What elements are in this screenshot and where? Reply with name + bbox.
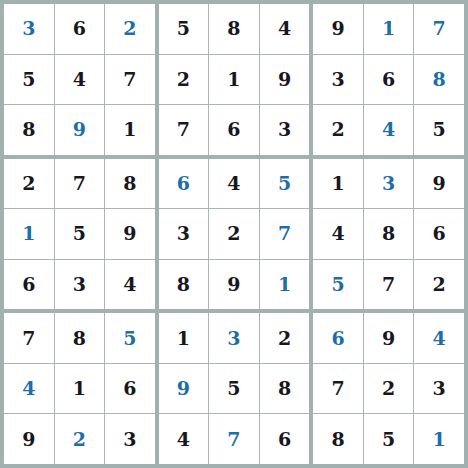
sudoku-box-9: 694723851 xyxy=(313,313,464,464)
sudoku-box-7: 785416923 xyxy=(4,313,155,464)
sudoku-cell-r1c7[interactable]: 9 xyxy=(313,4,363,54)
sudoku-cell-r7c5[interactable]: 3 xyxy=(209,313,259,363)
sudoku-cell-r2c3[interactable]: 7 xyxy=(105,55,155,105)
sudoku-cell-r9c6[interactable]: 6 xyxy=(260,414,310,464)
sudoku-cell-r8c1[interactable]: 4 xyxy=(4,364,54,414)
sudoku-cell-r1c3[interactable]: 2 xyxy=(105,4,155,54)
sudoku-cell-r3c4[interactable]: 7 xyxy=(159,105,209,155)
sudoku-cell-r3c3[interactable]: 1 xyxy=(105,105,155,155)
sudoku-cell-r4c3[interactable]: 8 xyxy=(105,159,155,209)
sudoku-box-4: 278159634 xyxy=(4,159,155,310)
sudoku-cell-r5c3[interactable]: 9 xyxy=(105,209,155,259)
sudoku-cell-r5c9[interactable]: 6 xyxy=(414,209,464,259)
sudoku-cell-r6c7[interactable]: 5 xyxy=(313,260,363,310)
sudoku-cell-r3c5[interactable]: 6 xyxy=(209,105,259,155)
sudoku-cell-r9c8[interactable]: 5 xyxy=(364,414,414,464)
sudoku-cell-r3c8[interactable]: 4 xyxy=(364,105,414,155)
sudoku-cell-r6c4[interactable]: 8 xyxy=(159,260,209,310)
sudoku-cell-r5c5[interactable]: 2 xyxy=(209,209,259,259)
sudoku-cell-r6c1[interactable]: 6 xyxy=(4,260,54,310)
sudoku-box-5: 645327891 xyxy=(159,159,310,310)
sudoku-cell-r4c5[interactable]: 4 xyxy=(209,159,259,209)
sudoku-cell-r2c7[interactable]: 3 xyxy=(313,55,363,105)
sudoku-cell-r6c2[interactable]: 3 xyxy=(55,260,105,310)
sudoku-cell-r2c2[interactable]: 4 xyxy=(55,55,105,105)
sudoku-cell-r8c2[interactable]: 1 xyxy=(55,364,105,414)
sudoku-cell-r4c6[interactable]: 5 xyxy=(260,159,310,209)
sudoku-cell-r9c2[interactable]: 2 xyxy=(55,414,105,464)
sudoku-cell-r2c6[interactable]: 9 xyxy=(260,55,310,105)
sudoku-cell-r8c8[interactable]: 2 xyxy=(364,364,414,414)
sudoku-cell-r6c9[interactable]: 2 xyxy=(414,260,464,310)
sudoku-box-3: 917368245 xyxy=(313,4,464,155)
sudoku-cell-r4c2[interactable]: 7 xyxy=(55,159,105,209)
sudoku-cell-r1c6[interactable]: 4 xyxy=(260,4,310,54)
sudoku-cell-r4c4[interactable]: 6 xyxy=(159,159,209,209)
sudoku-cell-r3c2[interactable]: 9 xyxy=(55,105,105,155)
sudoku-cell-r9c4[interactable]: 4 xyxy=(159,414,209,464)
sudoku-cell-r9c7[interactable]: 8 xyxy=(313,414,363,464)
sudoku-cell-r1c1[interactable]: 3 xyxy=(4,4,54,54)
sudoku-cell-r4c7[interactable]: 1 xyxy=(313,159,363,209)
sudoku-cell-r8c4[interactable]: 9 xyxy=(159,364,209,414)
sudoku-cell-r2c8[interactable]: 6 xyxy=(364,55,414,105)
sudoku-board: 3625478915842197639173682452781596346453… xyxy=(0,0,468,468)
sudoku-cell-r1c9[interactable]: 7 xyxy=(414,4,464,54)
sudoku-cell-r4c8[interactable]: 3 xyxy=(364,159,414,209)
sudoku-cell-r5c4[interactable]: 3 xyxy=(159,209,209,259)
sudoku-cell-r7c8[interactable]: 9 xyxy=(364,313,414,363)
sudoku-cell-r5c8[interactable]: 8 xyxy=(364,209,414,259)
sudoku-cell-r4c1[interactable]: 2 xyxy=(4,159,54,209)
sudoku-cell-r5c6[interactable]: 7 xyxy=(260,209,310,259)
sudoku-cell-r7c7[interactable]: 6 xyxy=(313,313,363,363)
sudoku-cell-r8c7[interactable]: 7 xyxy=(313,364,363,414)
sudoku-cell-r7c1[interactable]: 7 xyxy=(4,313,54,363)
sudoku-cell-r3c1[interactable]: 8 xyxy=(4,105,54,155)
sudoku-cell-r5c7[interactable]: 4 xyxy=(313,209,363,259)
sudoku-cell-r2c1[interactable]: 5 xyxy=(4,55,54,105)
sudoku-cell-r6c3[interactable]: 4 xyxy=(105,260,155,310)
sudoku-cell-r8c9[interactable]: 3 xyxy=(414,364,464,414)
sudoku-cell-r9c3[interactable]: 3 xyxy=(105,414,155,464)
sudoku-cell-r7c9[interactable]: 4 xyxy=(414,313,464,363)
sudoku-cell-r2c9[interactable]: 8 xyxy=(414,55,464,105)
sudoku-cell-r1c2[interactable]: 6 xyxy=(55,4,105,54)
sudoku-cell-r3c6[interactable]: 3 xyxy=(260,105,310,155)
sudoku-cell-r5c2[interactable]: 5 xyxy=(55,209,105,259)
sudoku-box-1: 362547891 xyxy=(4,4,155,155)
sudoku-cell-r7c3[interactable]: 5 xyxy=(105,313,155,363)
sudoku-cell-r7c2[interactable]: 8 xyxy=(55,313,105,363)
sudoku-cell-r1c8[interactable]: 1 xyxy=(364,4,414,54)
sudoku-cell-r6c8[interactable]: 7 xyxy=(364,260,414,310)
sudoku-cell-r6c6[interactable]: 1 xyxy=(260,260,310,310)
sudoku-cell-r2c4[interactable]: 2 xyxy=(159,55,209,105)
sudoku-cell-r4c9[interactable]: 9 xyxy=(414,159,464,209)
sudoku-box-6: 139486572 xyxy=(313,159,464,310)
sudoku-cell-r1c5[interactable]: 8 xyxy=(209,4,259,54)
sudoku-cell-r7c4[interactable]: 1 xyxy=(159,313,209,363)
sudoku-cell-r7c6[interactable]: 2 xyxy=(260,313,310,363)
sudoku-cell-r3c7[interactable]: 2 xyxy=(313,105,363,155)
sudoku-cell-r5c1[interactable]: 1 xyxy=(4,209,54,259)
sudoku-box-8: 132958476 xyxy=(159,313,310,464)
sudoku-cell-r3c9[interactable]: 5 xyxy=(414,105,464,155)
sudoku-cell-r9c1[interactable]: 9 xyxy=(4,414,54,464)
sudoku-box-2: 584219763 xyxy=(159,4,310,155)
sudoku-cell-r8c6[interactable]: 8 xyxy=(260,364,310,414)
sudoku-cell-r9c5[interactable]: 7 xyxy=(209,414,259,464)
sudoku-cell-r8c3[interactable]: 6 xyxy=(105,364,155,414)
sudoku-cell-r9c9[interactable]: 1 xyxy=(414,414,464,464)
sudoku-cell-r1c4[interactable]: 5 xyxy=(159,4,209,54)
sudoku-cell-r8c5[interactable]: 5 xyxy=(209,364,259,414)
sudoku-cell-r6c5[interactable]: 9 xyxy=(209,260,259,310)
sudoku-cell-r2c5[interactable]: 1 xyxy=(209,55,259,105)
